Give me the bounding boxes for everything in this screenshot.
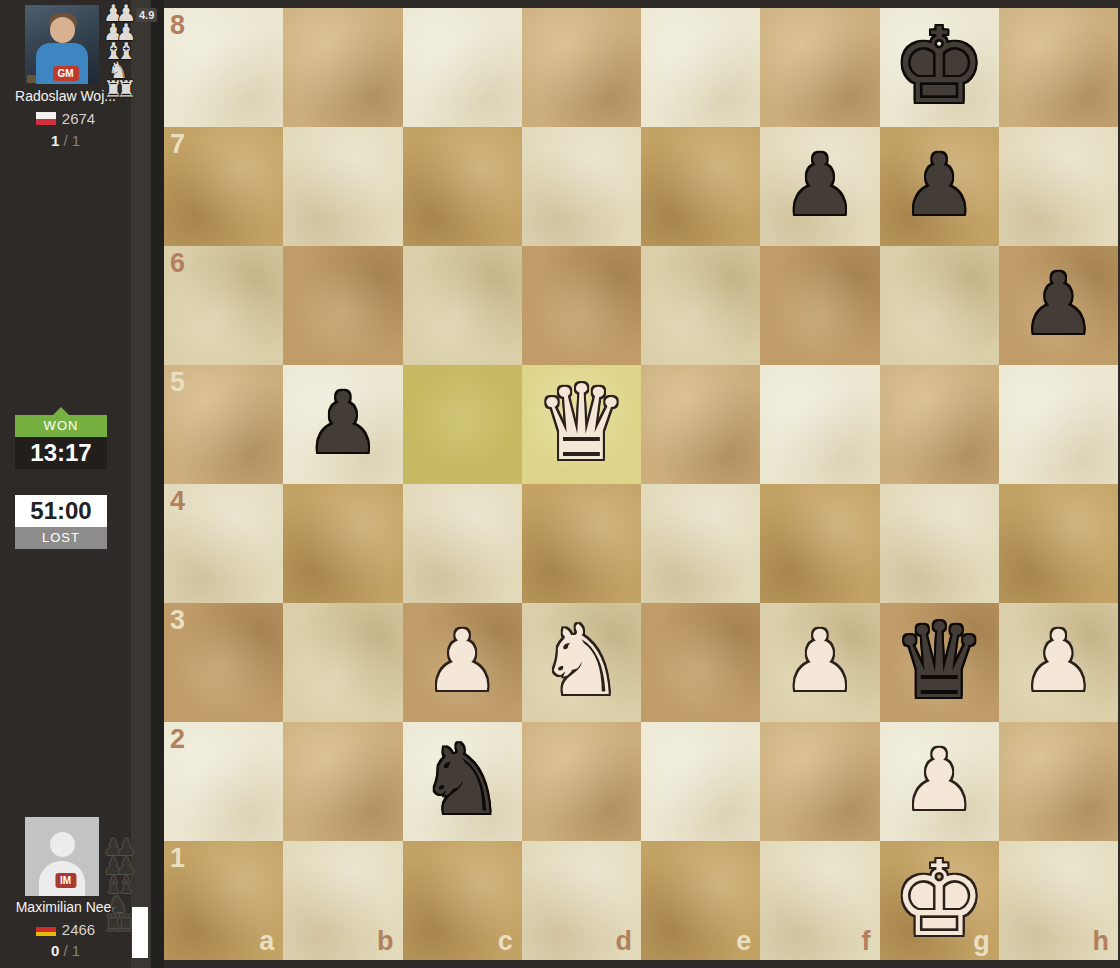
- board-gutter: [151, 0, 164, 968]
- bottom-score-sep: /: [59, 942, 72, 959]
- square-f4[interactable]: [760, 484, 879, 603]
- poland-flag-icon: [36, 112, 56, 125]
- piece-wP-c3[interactable]: ♟: [424, 619, 499, 703]
- top-result-banner: WON: [15, 415, 107, 437]
- piece-bK-g8[interactable]: ♚: [893, 14, 986, 118]
- square-e6[interactable]: [641, 246, 760, 365]
- square-f7[interactable]: ♟: [760, 127, 879, 246]
- square-e4[interactable]: [641, 484, 760, 603]
- square-g6[interactable]: [880, 246, 999, 365]
- square-a4[interactable]: 4: [164, 484, 283, 603]
- piece-bP-h6[interactable]: ♟: [1021, 262, 1096, 346]
- square-e1[interactable]: e: [641, 841, 760, 960]
- square-h4[interactable]: [999, 484, 1118, 603]
- square-e3[interactable]: [641, 603, 760, 722]
- rank-label-7: 7: [170, 131, 185, 158]
- square-d1[interactable]: d: [522, 841, 641, 960]
- scrollbar-thumb[interactable]: [132, 907, 148, 958]
- square-g1[interactable]: g♚: [880, 841, 999, 960]
- top-score-sep: /: [59, 132, 72, 149]
- square-a7[interactable]: 7: [164, 127, 283, 246]
- top-player-flag-row: 2674: [0, 110, 131, 127]
- germany-flag-icon: [36, 923, 56, 936]
- square-e2[interactable]: [641, 722, 760, 841]
- top-player-rating: 2674: [62, 110, 95, 127]
- piece-wP-h3[interactable]: ♟: [1021, 619, 1096, 703]
- square-b1[interactable]: b: [283, 841, 402, 960]
- rank-label-5: 5: [170, 369, 185, 396]
- piece-wK-g1[interactable]: ♚: [893, 847, 986, 951]
- file-label-f: f: [862, 928, 871, 955]
- file-label-e: e: [736, 928, 751, 955]
- bottom-clock-time: 51:00: [15, 495, 107, 527]
- rank-label-6: 6: [170, 250, 185, 277]
- file-label-a: a: [259, 928, 274, 955]
- captured-row: ♜♜: [103, 914, 133, 933]
- captured-tray-strip: [131, 0, 151, 968]
- square-h8[interactable]: [999, 8, 1118, 127]
- piece-wP-f3[interactable]: ♟: [782, 619, 857, 703]
- square-c1[interactable]: c: [403, 841, 522, 960]
- square-d2[interactable]: [522, 722, 641, 841]
- square-c3[interactable]: ♟: [403, 603, 522, 722]
- board: 8♚7♟♟6♟5♟♛43♟♞♟♛♟2♞♟1abcdefg♚h: [164, 8, 1118, 960]
- square-g3[interactable]: ♛: [880, 603, 999, 722]
- square-a2[interactable]: 2: [164, 722, 283, 841]
- square-h2[interactable]: [999, 722, 1118, 841]
- piece-bP-b5[interactable]: ♟: [305, 381, 380, 465]
- square-c4[interactable]: [403, 484, 522, 603]
- square-f3[interactable]: ♟: [760, 603, 879, 722]
- photo-head: [50, 17, 75, 43]
- square-c5[interactable]: [403, 365, 522, 484]
- top-captured-tray: ♟♟♟♟♝♝♞♜♜: [103, 4, 133, 99]
- square-a1[interactable]: 1a: [164, 841, 283, 960]
- square-h6[interactable]: ♟: [999, 246, 1118, 365]
- square-d6[interactable]: [522, 246, 641, 365]
- square-a6[interactable]: 6: [164, 246, 283, 365]
- square-b4[interactable]: [283, 484, 402, 603]
- sidebar: GM Radoslaw Woj... 2674 1 / 1 WON 13:17 …: [0, 0, 131, 968]
- rank-label-4: 4: [170, 488, 185, 515]
- rank-label-3: 3: [170, 607, 185, 634]
- bottom-score-value: 0: [51, 942, 59, 959]
- avatar-silhouette-head: [50, 832, 75, 857]
- square-c2[interactable]: ♞: [403, 722, 522, 841]
- square-c6[interactable]: [403, 246, 522, 365]
- piece-bP-f7[interactable]: ♟: [782, 143, 857, 227]
- rank-label-8: 8: [170, 12, 185, 39]
- square-a8[interactable]: 8: [164, 8, 283, 127]
- square-b2[interactable]: [283, 722, 402, 841]
- square-d8[interactable]: [522, 8, 641, 127]
- square-g5[interactable]: [880, 365, 999, 484]
- square-b3[interactable]: [283, 603, 402, 722]
- square-g4[interactable]: [880, 484, 999, 603]
- square-h7[interactable]: [999, 127, 1118, 246]
- square-h5[interactable]: [999, 365, 1118, 484]
- square-g2[interactable]: ♟: [880, 722, 999, 841]
- square-b7[interactable]: [283, 127, 402, 246]
- top-score-total: 1: [72, 132, 80, 149]
- app-window: GM Radoslaw Woj... 2674 1 / 1 WON 13:17 …: [0, 0, 1120, 968]
- file-label-b: b: [377, 928, 394, 955]
- square-b6[interactable]: [283, 246, 402, 365]
- rank-label-1: 1: [170, 845, 185, 872]
- eval-badge: 4.9: [136, 8, 157, 22]
- square-e5[interactable]: [641, 365, 760, 484]
- file-label-h: h: [1093, 928, 1110, 955]
- gm-title-badge: GM: [52, 66, 78, 81]
- bottom-player-score: 0 / 1: [0, 942, 131, 959]
- captured-r-icon: ♜: [116, 76, 137, 102]
- file-label-c: c: [498, 928, 513, 955]
- square-f5[interactable]: [760, 365, 879, 484]
- bottom-captured-tray: ♟♟♟♟♝♝♞♜♜: [103, 838, 133, 933]
- square-d3[interactable]: ♞: [522, 603, 641, 722]
- square-d7[interactable]: [522, 127, 641, 246]
- bottom-score-total: 1: [72, 942, 80, 959]
- bottom-player-rating: 2466: [62, 921, 95, 938]
- square-h3[interactable]: ♟: [999, 603, 1118, 722]
- im-title-badge: IM: [55, 873, 76, 888]
- piece-bN-c2[interactable]: ♞: [419, 732, 505, 828]
- square-a3[interactable]: 3: [164, 603, 283, 722]
- piece-wQ-d5[interactable]: ♛: [535, 371, 628, 475]
- square-g8[interactable]: ♚: [880, 8, 999, 127]
- piece-bQ-g3[interactable]: ♛: [893, 609, 986, 713]
- square-a5[interactable]: 5: [164, 365, 283, 484]
- top-score-value: 1: [51, 132, 59, 149]
- square-b5[interactable]: ♟: [283, 365, 402, 484]
- square-e8[interactable]: [641, 8, 760, 127]
- square-g7[interactable]: ♟: [880, 127, 999, 246]
- square-b8[interactable]: [283, 8, 402, 127]
- square-f8[interactable]: [760, 8, 879, 127]
- file-label-d: d: [616, 928, 633, 955]
- piece-bP-g7[interactable]: ♟: [901, 143, 976, 227]
- won-banner-notch: [53, 407, 69, 415]
- top-player-clock: WON 13:17: [15, 407, 107, 469]
- square-c7[interactable]: [403, 127, 522, 246]
- bottom-result-banner: LOST: [15, 527, 107, 549]
- top-clock-time: 13:17: [15, 437, 107, 469]
- piece-wP-g2[interactable]: ♟: [901, 738, 976, 822]
- square-h1[interactable]: h: [999, 841, 1118, 960]
- square-f2[interactable]: [760, 722, 879, 841]
- square-f6[interactable]: [760, 246, 879, 365]
- square-e7[interactable]: [641, 127, 760, 246]
- top-player-score: 1 / 1: [0, 132, 131, 149]
- bottom-player-clock: 51:00 LOST: [15, 495, 107, 549]
- square-f1[interactable]: f: [760, 841, 879, 960]
- square-d4[interactable]: [522, 484, 641, 603]
- square-c8[interactable]: [403, 8, 522, 127]
- rank-label-2: 2: [170, 726, 185, 753]
- captured-row: ♜♜: [103, 80, 133, 99]
- piece-wN-d3[interactable]: ♞: [538, 613, 624, 709]
- square-d5[interactable]: ♛: [522, 365, 641, 484]
